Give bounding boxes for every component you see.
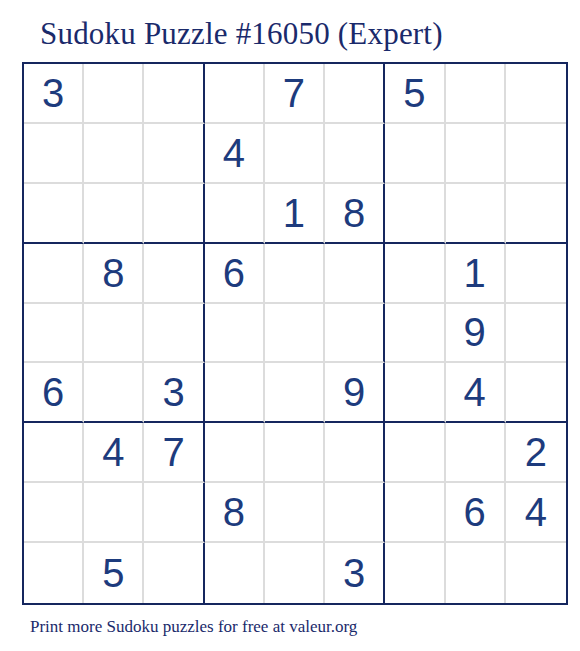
- cell-r7c5[interactable]: [265, 423, 325, 483]
- cell-r3c6[interactable]: 8: [325, 184, 385, 244]
- cell-r3c2[interactable]: [84, 184, 144, 244]
- cell-r2c5[interactable]: [265, 124, 325, 184]
- cell-r6c2[interactable]: [84, 363, 144, 423]
- cell-r7c3[interactable]: 7: [144, 423, 204, 483]
- cell-r8c9[interactable]: 4: [506, 483, 566, 543]
- cell-r5c3[interactable]: [144, 304, 204, 364]
- cell-r1c8[interactable]: [446, 64, 506, 124]
- cell-r9c1[interactable]: [24, 543, 84, 603]
- cell-r7c1[interactable]: [24, 423, 84, 483]
- cell-r3c3[interactable]: [144, 184, 204, 244]
- cell-r2c4[interactable]: 4: [205, 124, 265, 184]
- cell-r5c2[interactable]: [84, 304, 144, 364]
- cell-r9c6[interactable]: 3: [325, 543, 385, 603]
- cell-r6c9[interactable]: [506, 363, 566, 423]
- cell-r9c3[interactable]: [144, 543, 204, 603]
- cell-r2c3[interactable]: [144, 124, 204, 184]
- cell-r5c6[interactable]: [325, 304, 385, 364]
- cell-r6c4[interactable]: [205, 363, 265, 423]
- cell-r9c5[interactable]: [265, 543, 325, 603]
- cell-r7c6[interactable]: [325, 423, 385, 483]
- cell-r3c8[interactable]: [446, 184, 506, 244]
- cell-r9c2[interactable]: 5: [84, 543, 144, 603]
- page-title: Sudoku Puzzle #16050 (Expert): [40, 17, 443, 51]
- cell-r5c1[interactable]: [24, 304, 84, 364]
- sudoku-board: 3754188619639447286453: [22, 62, 568, 605]
- cell-r8c7[interactable]: [385, 483, 445, 543]
- cell-r8c3[interactable]: [144, 483, 204, 543]
- cell-r1c1[interactable]: 3: [24, 64, 84, 124]
- cell-r7c4[interactable]: [205, 423, 265, 483]
- cell-r2c2[interactable]: [84, 124, 144, 184]
- cell-r8c8[interactable]: 6: [446, 483, 506, 543]
- cell-r6c6[interactable]: 9: [325, 363, 385, 423]
- cell-r3c9[interactable]: [506, 184, 566, 244]
- cell-r3c7[interactable]: [385, 184, 445, 244]
- cell-r5c8[interactable]: 9: [446, 304, 506, 364]
- cell-r1c4[interactable]: [205, 64, 265, 124]
- cell-r2c9[interactable]: [506, 124, 566, 184]
- cell-r3c4[interactable]: [205, 184, 265, 244]
- cell-r1c3[interactable]: [144, 64, 204, 124]
- cell-r3c5[interactable]: 1: [265, 184, 325, 244]
- cell-r6c5[interactable]: [265, 363, 325, 423]
- cell-r4c9[interactable]: [506, 244, 566, 304]
- cell-r7c8[interactable]: [446, 423, 506, 483]
- footer-text: Print more Sudoku puzzles for free at va…: [30, 617, 357, 637]
- cell-r9c8[interactable]: [446, 543, 506, 603]
- cell-r1c6[interactable]: [325, 64, 385, 124]
- cell-r1c2[interactable]: [84, 64, 144, 124]
- cell-r8c1[interactable]: [24, 483, 84, 543]
- cell-r9c7[interactable]: [385, 543, 445, 603]
- cell-r5c9[interactable]: [506, 304, 566, 364]
- cell-r1c9[interactable]: [506, 64, 566, 124]
- cell-r2c8[interactable]: [446, 124, 506, 184]
- cell-r7c2[interactable]: 4: [84, 423, 144, 483]
- cell-r4c7[interactable]: [385, 244, 445, 304]
- cell-r8c5[interactable]: [265, 483, 325, 543]
- cell-r9c9[interactable]: [506, 543, 566, 603]
- cell-r8c6[interactable]: [325, 483, 385, 543]
- cell-r4c5[interactable]: [265, 244, 325, 304]
- cell-r6c3[interactable]: 3: [144, 363, 204, 423]
- cell-r4c1[interactable]: [24, 244, 84, 304]
- cell-r3c1[interactable]: [24, 184, 84, 244]
- cell-r1c7[interactable]: 5: [385, 64, 445, 124]
- cell-r4c6[interactable]: [325, 244, 385, 304]
- cell-r6c8[interactable]: 4: [446, 363, 506, 423]
- cell-r8c4[interactable]: 8: [205, 483, 265, 543]
- cell-r2c6[interactable]: [325, 124, 385, 184]
- cell-r1c5[interactable]: 7: [265, 64, 325, 124]
- cell-r4c4[interactable]: 6: [205, 244, 265, 304]
- cell-r2c7[interactable]: [385, 124, 445, 184]
- cell-r8c2[interactable]: [84, 483, 144, 543]
- cell-r4c3[interactable]: [144, 244, 204, 304]
- cell-r5c7[interactable]: [385, 304, 445, 364]
- cell-r2c1[interactable]: [24, 124, 84, 184]
- cell-r7c9[interactable]: 2: [506, 423, 566, 483]
- cell-r6c1[interactable]: 6: [24, 363, 84, 423]
- cell-r4c8[interactable]: 1: [446, 244, 506, 304]
- cell-r5c4[interactable]: [205, 304, 265, 364]
- cell-r7c7[interactable]: [385, 423, 445, 483]
- cell-r6c7[interactable]: [385, 363, 445, 423]
- cell-r5c5[interactable]: [265, 304, 325, 364]
- cell-r4c2[interactable]: 8: [84, 244, 144, 304]
- cell-r9c4[interactable]: [205, 543, 265, 603]
